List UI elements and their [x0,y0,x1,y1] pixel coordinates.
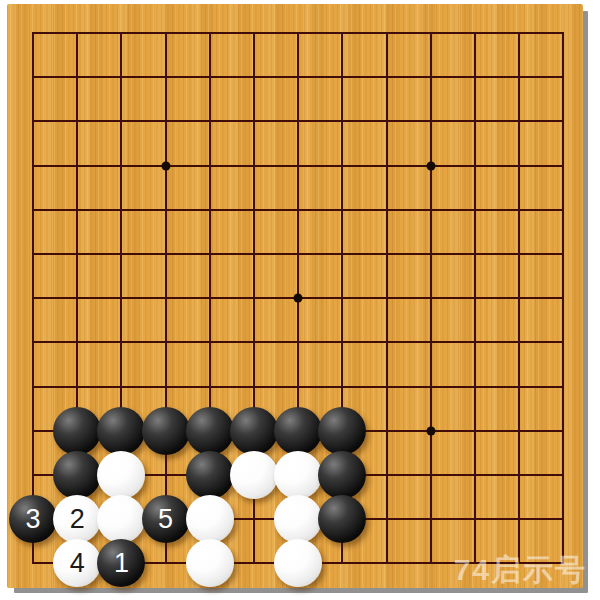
move-number: 4 [70,550,85,577]
move-number: 1 [114,550,129,577]
move-number: 5 [158,506,173,533]
grid-vline [430,32,432,564]
go-board: 32541 [7,4,583,588]
black-stone-move-1: 1 [97,539,145,587]
black-stone-move-5: 5 [142,495,190,543]
grid-vline [562,32,564,564]
black-stone [53,451,101,499]
star-point [294,294,303,303]
white-stone [97,451,145,499]
move-number: 2 [70,506,85,533]
move-number: 3 [25,506,40,533]
black-stone [142,407,190,455]
black-stone-move-3: 3 [9,495,57,543]
black-stone [53,407,101,455]
page-background: 32541 74启示号 [0,0,600,600]
black-stone [186,451,234,499]
black-stone [318,495,366,543]
white-stone [274,451,322,499]
grid-vline [386,32,388,564]
star-point [426,426,435,435]
grid-vline [518,32,520,564]
black-stone [318,407,366,455]
black-stone [274,407,322,455]
white-stone [230,451,278,499]
star-point [161,161,170,170]
grid-hline [32,386,564,388]
white-stone [97,495,145,543]
white-stone [274,539,322,587]
black-stone [230,407,278,455]
white-stone [186,495,234,543]
star-point [426,161,435,170]
white-stone [186,539,234,587]
grid-vline [474,32,476,564]
white-stone-move-2: 2 [53,495,101,543]
white-stone [274,495,322,543]
black-stone [186,407,234,455]
black-stone [97,407,145,455]
white-stone-move-4: 4 [53,539,101,587]
grid-hline [32,341,564,343]
black-stone [318,451,366,499]
